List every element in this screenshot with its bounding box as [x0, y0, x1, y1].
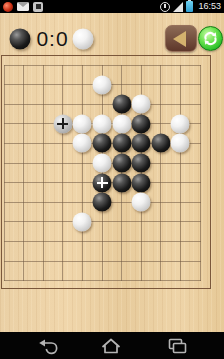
black-stone [93, 134, 112, 153]
undo-triangle-icon [173, 31, 186, 47]
app-notification-icon [3, 2, 13, 12]
grid-line [4, 261, 201, 262]
cursor-cross-icon [57, 118, 68, 129]
game-board[interactable] [0, 55, 224, 289]
white-stone [132, 193, 151, 212]
black-stone [151, 134, 170, 153]
white-stone [93, 154, 112, 173]
grid-line [200, 65, 201, 281]
back-button[interactable] [35, 336, 61, 355]
grid-line [4, 104, 201, 105]
battery-icon [186, 1, 193, 12]
grid-line [4, 65, 5, 281]
message-icon [17, 2, 29, 11]
status-bar: 16:53 [0, 0, 224, 13]
black-stone [112, 154, 131, 173]
home-button[interactable] [98, 336, 124, 355]
black-stone [132, 154, 151, 173]
black-stone [93, 173, 112, 192]
score-label: 0:0 [33, 27, 72, 51]
cursor-stone [53, 114, 72, 133]
white-stone [93, 75, 112, 94]
grid-line [4, 65, 201, 66]
grid-line [82, 65, 83, 281]
grid-line [62, 65, 63, 281]
black-stone [132, 114, 151, 133]
last-move-cross-icon [97, 177, 108, 188]
white-stone [132, 95, 151, 114]
package-icon [33, 2, 43, 12]
grid-line [4, 280, 201, 281]
home-icon [99, 336, 123, 356]
undo-button[interactable] [165, 25, 197, 52]
white-stone [171, 134, 190, 153]
black-stone [112, 134, 131, 153]
black-stone [93, 193, 112, 212]
grid-line [4, 221, 201, 222]
back-icon [36, 336, 60, 356]
grid-line [160, 65, 161, 281]
grid-line [43, 65, 44, 281]
grid-line [23, 65, 24, 281]
white-stone [93, 114, 112, 133]
game-screen: 0:0 [0, 13, 224, 332]
white-stone [73, 134, 92, 153]
navigation-bar [0, 332, 224, 359]
black-stone-icon [9, 29, 30, 50]
black-stone [132, 134, 151, 153]
black-stone [112, 95, 131, 114]
black-stone [132, 173, 151, 192]
alarm-icon [160, 2, 170, 12]
black-stone [112, 173, 131, 192]
grid-line [4, 241, 201, 242]
signal-icon [173, 2, 183, 12]
recents-button[interactable] [164, 336, 190, 355]
grid-line [180, 65, 181, 281]
restart-arrows-icon [201, 29, 220, 48]
restart-button[interactable] [198, 26, 223, 51]
white-stone-icon [72, 29, 93, 50]
recents-icon [165, 336, 189, 356]
status-time: 16:53 [196, 0, 221, 13]
white-stone [171, 114, 190, 133]
white-stone [73, 212, 92, 231]
white-stone [73, 114, 92, 133]
white-stone [112, 114, 131, 133]
